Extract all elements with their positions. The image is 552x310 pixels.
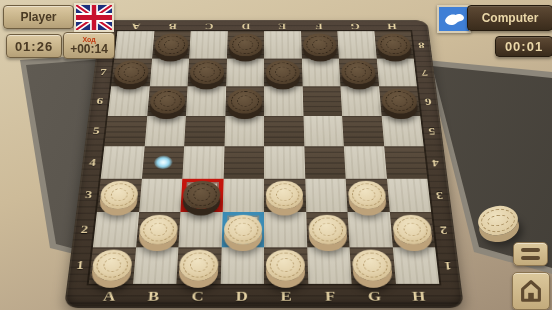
square-c4[interactable] [182, 146, 224, 178]
square-g1[interactable] [350, 247, 396, 284]
piece-dark[interactable] [154, 33, 189, 56]
square-h4[interactable] [384, 146, 428, 178]
square-f7[interactable] [301, 58, 340, 86]
square-f2[interactable] [306, 212, 350, 247]
file-label-top-g: G [350, 21, 360, 30]
square-h7[interactable] [376, 58, 417, 86]
piece-dark[interactable] [303, 33, 337, 56]
file-label-bottom-f: F [325, 289, 336, 305]
square-d2[interactable] [221, 212, 264, 247]
file-label-top-c: C [205, 21, 214, 30]
piece-dark[interactable] [341, 60, 377, 84]
rank-label-right-4: 4 [431, 156, 439, 167]
game-screen: AABBCCDDEEFFGGHH1122334455667788 Player … [0, 0, 552, 310]
piece-light[interactable] [352, 250, 393, 281]
square-a1[interactable] [89, 247, 136, 284]
piece-dark[interactable] [381, 89, 418, 114]
board: AABBCCDDEEFFGGHH1122334455667788 [64, 20, 464, 308]
file-label-top-d: D [241, 21, 250, 30]
file-label-bottom-b: B [147, 289, 159, 305]
square-e2[interactable] [264, 212, 307, 247]
square-a7[interactable] [111, 58, 152, 86]
square-a5[interactable] [104, 116, 147, 147]
square-c5[interactable] [184, 116, 225, 147]
piece-light[interactable] [308, 215, 347, 245]
player-clock-value: 01:26 [15, 39, 53, 54]
square-c1[interactable] [176, 247, 221, 284]
square-g4[interactable] [344, 146, 387, 178]
square-g7[interactable] [339, 58, 379, 86]
piece-light[interactable] [223, 215, 261, 245]
square-c8[interactable] [189, 31, 227, 58]
square-d1[interactable] [220, 247, 264, 284]
square-e5[interactable] [264, 116, 304, 147]
rank-label-right-5: 5 [428, 125, 436, 136]
piece-light[interactable] [392, 215, 433, 245]
square-f6[interactable] [302, 86, 342, 115]
square-b4[interactable] [142, 146, 185, 178]
file-label-bottom-c: C [191, 289, 204, 305]
menu-icon [521, 256, 540, 260]
piece-dark[interactable] [190, 60, 225, 84]
square-c3[interactable] [180, 178, 223, 212]
piece-dark[interactable] [376, 33, 412, 56]
computer-clock-value: 00:01 [505, 39, 543, 54]
rank-label-left-7: 7 [100, 67, 108, 77]
square-a6[interactable] [108, 86, 150, 115]
piece-light[interactable] [138, 215, 178, 245]
board-squares [89, 31, 440, 284]
piece-light[interactable] [348, 181, 387, 209]
square-g8[interactable] [337, 31, 376, 58]
computer-clock: 00:01 [495, 36, 552, 57]
piece-dark[interactable] [113, 60, 149, 84]
square-d8[interactable] [227, 31, 264, 58]
square-f8[interactable] [301, 31, 339, 58]
piece-dark[interactable] [227, 89, 262, 114]
square-b7[interactable] [149, 58, 189, 86]
piece-dark[interactable] [183, 181, 221, 209]
piece-dark[interactable] [229, 33, 263, 56]
square-a3[interactable] [97, 178, 142, 212]
square-f5[interactable] [303, 116, 344, 147]
square-b8[interactable] [152, 31, 191, 58]
rank-label-left-6: 6 [96, 96, 104, 106]
piece-light[interactable] [179, 250, 219, 281]
square-e4[interactable] [264, 146, 305, 178]
rank-label-right-2: 2 [439, 223, 448, 236]
square-g3[interactable] [346, 178, 390, 212]
computer-name: Computer [482, 11, 539, 25]
square-g6[interactable] [340, 86, 381, 115]
piece-light[interactable] [99, 181, 139, 209]
rank-label-left-3: 3 [84, 189, 92, 201]
square-d4[interactable] [223, 146, 264, 178]
file-label-bottom-d: D [236, 289, 248, 305]
file-label-bottom-a: A [102, 289, 116, 305]
square-g5[interactable] [342, 116, 384, 147]
square-e6[interactable] [264, 86, 303, 115]
move-clock: Ход +00:14 [63, 32, 115, 59]
square-b1[interactable] [133, 247, 179, 284]
rank-label-right-3: 3 [435, 189, 443, 201]
square-c6[interactable] [186, 86, 226, 115]
square-a8[interactable] [114, 31, 154, 58]
player-name: Player [20, 10, 56, 24]
square-f1[interactable] [307, 247, 352, 284]
rank-label-left-1: 1 [76, 259, 85, 272]
rank-label-right-8: 8 [418, 40, 425, 50]
square-f4[interactable] [304, 146, 346, 178]
square-e1[interactable] [264, 247, 308, 284]
player-clock: 01:26 [6, 34, 62, 58]
menu-button[interactable] [513, 242, 548, 266]
file-label-bottom-e: E [280, 289, 291, 305]
square-h2[interactable] [389, 212, 435, 247]
file-label-top-b: B [168, 21, 177, 30]
piece-light[interactable] [91, 250, 133, 281]
piece-dark[interactable] [149, 89, 185, 114]
square-d6[interactable] [225, 86, 264, 115]
square-h8[interactable] [374, 31, 414, 58]
square-e3[interactable] [264, 178, 306, 212]
square-c7[interactable] [188, 58, 227, 86]
square-h1[interactable] [392, 247, 439, 284]
square-d5[interactable] [224, 116, 264, 147]
square-c2[interactable] [178, 212, 222, 247]
rank-label-right-6: 6 [424, 96, 432, 106]
square-b5[interactable] [144, 116, 186, 147]
home-button[interactable] [512, 272, 550, 310]
rank-label-left-2: 2 [80, 223, 89, 236]
square-g2[interactable] [348, 212, 393, 247]
piece-light[interactable] [266, 250, 305, 281]
rank-label-right-1: 1 [443, 259, 452, 272]
square-f3[interactable] [305, 178, 348, 212]
file-label-bottom-g: G [367, 289, 381, 305]
square-b6[interactable] [147, 86, 188, 115]
piece-light[interactable] [266, 181, 304, 209]
move-clock-value: +00:14 [70, 43, 108, 55]
rank-label-left-4: 4 [88, 156, 96, 167]
menu-icon [521, 248, 540, 252]
player-name-box: Player [3, 5, 74, 29]
file-label-top-h: H [387, 21, 398, 30]
rank-label-left-5: 5 [92, 125, 100, 136]
square-b3[interactable] [139, 178, 183, 212]
square-b2[interactable] [136, 212, 181, 247]
square-h6[interactable] [379, 86, 421, 115]
square-h3[interactable] [386, 178, 431, 212]
player-flag-uk-icon [74, 3, 114, 32]
rank-label-right-7: 7 [421, 67, 429, 77]
file-label-bottom-h: H [411, 289, 426, 305]
home-icon [518, 278, 544, 304]
square-e8[interactable] [264, 31, 301, 58]
square-a4[interactable] [101, 146, 145, 178]
computer-name-box: Computer [467, 5, 552, 31]
piece-dark[interactable] [266, 60, 300, 84]
square-a2[interactable] [93, 212, 139, 247]
square-d7[interactable] [226, 58, 264, 86]
file-label-top-a: A [131, 21, 141, 30]
move-target-dot[interactable] [153, 155, 172, 168]
file-label-top-e: E [278, 21, 286, 30]
square-e7[interactable] [264, 58, 302, 86]
square-h5[interactable] [381, 116, 424, 147]
square-d3[interactable] [222, 178, 264, 212]
computer-flag-antarctica-icon [437, 5, 471, 33]
file-label-top-f: F [315, 21, 323, 30]
